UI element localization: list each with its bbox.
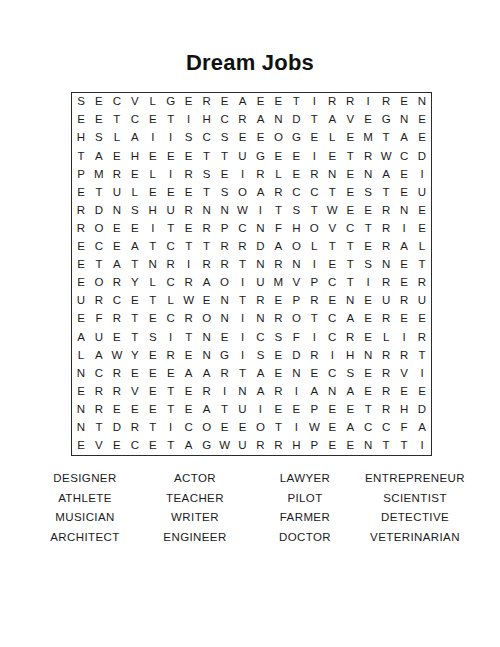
grid-cell-r10c13[interactable]: N [287,256,305,274]
grid-cell-r3c3[interactable]: L [108,129,126,147]
grid-cell-r1c2[interactable]: E [90,93,108,111]
grid-cell-r10c7[interactable]: I [180,256,198,274]
grid-cell-r18c13[interactable]: E [287,401,305,419]
grid-cell-r4c1[interactable]: T [72,147,90,165]
grid-cell-r3c16[interactable]: E [341,129,359,147]
grid-cell-r16c19[interactable]: V [395,365,413,383]
grid-cell-r5c17[interactable]: N [359,165,377,183]
grid-cell-r13c20[interactable]: E [413,310,431,328]
grid-cell-r4c12[interactable]: E [269,147,287,165]
grid-cell-r12c19[interactable]: R [395,292,413,310]
grid-cell-r6c6[interactable]: E [162,184,180,202]
grid-cell-r1c7[interactable]: E [180,93,198,111]
grid-cell-r11c14[interactable]: P [305,274,323,292]
grid-cell-r2c20[interactable]: E [413,111,431,129]
grid-cell-r7c19[interactable]: N [395,202,413,220]
grid-cell-r7c12[interactable]: T [269,202,287,220]
grid-cell-r12c6[interactable]: L [162,292,180,310]
grid-cell-r2c7[interactable]: I [180,111,198,129]
grid-cell-r19c16[interactable]: A [341,419,359,437]
grid-cell-r5c3[interactable]: R [108,165,126,183]
grid-cell-r7c6[interactable]: U [162,202,180,220]
grid-cell-r12c14[interactable]: R [305,292,323,310]
grid-cell-r13c19[interactable]: E [395,310,413,328]
grid-cell-r14c3[interactable]: E [108,328,126,346]
grid-cell-r8c20[interactable]: E [413,220,431,238]
grid-cell-r8c1[interactable]: R [72,220,90,238]
grid-cell-r16c17[interactable]: E [359,365,377,383]
grid-cell-r12c3[interactable]: C [108,292,126,310]
grid-cell-r17c5[interactable]: E [144,383,162,401]
grid-cell-r16c6[interactable]: E [162,365,180,383]
grid-cell-r8c14[interactable]: O [305,220,323,238]
grid-cell-r6c5[interactable]: E [144,184,162,202]
grid-cell-r15c8[interactable]: N [198,346,216,364]
grid-cell-r2c10[interactable]: R [234,111,252,129]
grid-cell-r2c12[interactable]: N [269,111,287,129]
grid-cell-r5c9[interactable]: E [216,165,234,183]
grid-cell-r13c8[interactable]: O [198,310,216,328]
grid-cell-r19c15[interactable]: E [323,419,341,437]
grid-cell-r10c9[interactable]: R [216,256,234,274]
grid-cell-r11c6[interactable]: C [162,274,180,292]
grid-cell-r16c12[interactable]: E [269,365,287,383]
grid-cell-r15c11[interactable]: S [252,346,270,364]
grid-cell-r20c2[interactable]: V [90,437,108,455]
grid-cell-r19c17[interactable]: C [359,419,377,437]
grid-cell-r10c20[interactable]: T [413,256,431,274]
grid-cell-r18c16[interactable]: E [341,401,359,419]
grid-cell-r19c19[interactable]: F [395,419,413,437]
grid-cell-r18c14[interactable]: P [305,401,323,419]
grid-cell-r15c19[interactable]: R [395,346,413,364]
grid-cell-r12c20[interactable]: U [413,292,431,310]
grid-cell-r8c7[interactable]: E [180,220,198,238]
grid-cell-r14c13[interactable]: F [287,328,305,346]
grid-cell-r16c1[interactable]: N [72,365,90,383]
grid-cell-r17c12[interactable]: R [269,383,287,401]
grid-cell-r4c15[interactable]: E [323,147,341,165]
grid-cell-r11c1[interactable]: E [72,274,90,292]
grid-cell-r2c18[interactable]: G [377,111,395,129]
grid-cell-r15c5[interactable]: E [144,346,162,364]
grid-cell-r4c8[interactable]: T [198,147,216,165]
grid-cell-r1c13[interactable]: T [287,93,305,111]
grid-cell-r19c2[interactable]: T [90,419,108,437]
grid-cell-r18c17[interactable]: T [359,401,377,419]
grid-cell-r19c13[interactable]: I [287,419,305,437]
grid-cell-r18c11[interactable]: I [252,401,270,419]
grid-cell-r8c12[interactable]: F [269,220,287,238]
grid-cell-r19c9[interactable]: E [216,419,234,437]
grid-cell-r18c18[interactable]: R [377,401,395,419]
grid-cell-r6c18[interactable]: T [377,184,395,202]
grid-cell-r15c10[interactable]: I [234,346,252,364]
grid-cell-r20c8[interactable]: G [198,437,216,455]
grid-cell-r2c14[interactable]: T [305,111,323,129]
grid-cell-r3c2[interactable]: S [90,129,108,147]
grid-cell-r16c7[interactable]: A [180,365,198,383]
grid-cell-r12c16[interactable]: N [341,292,359,310]
grid-cell-r13c11[interactable]: N [252,310,270,328]
grid-cell-r10c5[interactable]: N [144,256,162,274]
grid-cell-r9c9[interactable]: R [216,238,234,256]
grid-cell-r8c9[interactable]: P [216,220,234,238]
grid-cell-r12c12[interactable]: E [269,292,287,310]
grid-cell-r14c2[interactable]: U [90,328,108,346]
grid-cell-r4c13[interactable]: E [287,147,305,165]
grid-cell-r15c6[interactable]: R [162,346,180,364]
grid-cell-r16c15[interactable]: C [323,365,341,383]
grid-cell-r14c14[interactable]: I [305,328,323,346]
grid-cell-r17c14[interactable]: A [305,383,323,401]
grid-cell-r13c16[interactable]: A [341,310,359,328]
grid-cell-r3c19[interactable]: A [395,129,413,147]
grid-cell-r19c1[interactable]: N [72,419,90,437]
grid-cell-r10c11[interactable]: N [252,256,270,274]
grid-cell-r18c2[interactable]: R [90,401,108,419]
grid-cell-r8c8[interactable]: R [198,220,216,238]
grid-cell-r20c10[interactable]: U [234,437,252,455]
grid-cell-r4c18[interactable]: W [377,147,395,165]
grid-cell-r5c13[interactable]: E [287,165,305,183]
grid-cell-r15c20[interactable]: T [413,346,431,364]
grid-cell-r12c5[interactable]: T [144,292,162,310]
grid-cell-r6c17[interactable]: S [359,184,377,202]
grid-cell-r13c6[interactable]: C [162,310,180,328]
grid-cell-r3c15[interactable]: L [323,129,341,147]
grid-cell-r14c11[interactable]: C [252,328,270,346]
grid-cell-r11c12[interactable]: M [269,274,287,292]
grid-cell-r9c3[interactable]: E [108,238,126,256]
grid-cell-r19c10[interactable]: E [234,419,252,437]
grid-cell-r20c11[interactable]: R [252,437,270,455]
grid-cell-r2c3[interactable]: T [108,111,126,129]
grid-cell-r18c15[interactable]: E [323,401,341,419]
grid-cell-r10c2[interactable]: T [90,256,108,274]
grid-cell-r3c4[interactable]: A [126,129,144,147]
grid-cell-r3c5[interactable]: I [144,129,162,147]
grid-cell-r14c8[interactable]: N [198,328,216,346]
grid-cell-r13c2[interactable]: F [90,310,108,328]
grid-cell-r16c18[interactable]: R [377,365,395,383]
grid-cell-r15c14[interactable]: R [305,346,323,364]
grid-cell-r3c10[interactable]: E [234,129,252,147]
grid-cell-r19c6[interactable]: I [162,419,180,437]
grid-cell-r17c7[interactable]: E [180,383,198,401]
grid-cell-r8c4[interactable]: E [126,220,144,238]
grid-cell-r10c1[interactable]: E [72,256,90,274]
grid-cell-r2c2[interactable]: E [90,111,108,129]
grid-cell-r16c10[interactable]: T [234,365,252,383]
grid-cell-r9c19[interactable]: A [395,238,413,256]
grid-cell-r5c7[interactable]: R [180,165,198,183]
grid-cell-r5c10[interactable]: I [234,165,252,183]
grid-cell-r13c4[interactable]: T [126,310,144,328]
grid-cell-r15c13[interactable]: D [287,346,305,364]
grid-cell-r18c3[interactable]: E [108,401,126,419]
grid-cell-r16c5[interactable]: E [144,365,162,383]
grid-cell-r17c9[interactable]: I [216,383,234,401]
grid-cell-r9c4[interactable]: A [126,238,144,256]
grid-cell-r13c17[interactable]: E [359,310,377,328]
grid-cell-r10c12[interactable]: R [269,256,287,274]
grid-cell-r13c10[interactable]: I [234,310,252,328]
grid-cell-r6c10[interactable]: O [234,184,252,202]
grid-cell-r15c15[interactable]: I [323,346,341,364]
grid-cell-r12c1[interactable]: U [72,292,90,310]
grid-cell-r19c5[interactable]: T [144,419,162,437]
grid-cell-r14c5[interactable]: S [144,328,162,346]
grid-cell-r6c4[interactable]: L [126,184,144,202]
grid-cell-r12c7[interactable]: W [180,292,198,310]
grid-cell-r5c12[interactable]: L [269,165,287,183]
grid-cell-r8c11[interactable]: N [252,220,270,238]
grid-cell-r4c6[interactable]: E [162,147,180,165]
grid-cell-r18c5[interactable]: E [144,401,162,419]
grid-cell-r14c7[interactable]: T [180,328,198,346]
grid-cell-r6c11[interactable]: A [252,184,270,202]
grid-cell-r11c2[interactable]: O [90,274,108,292]
grid-cell-r11c3[interactable]: R [108,274,126,292]
grid-cell-r6c8[interactable]: T [198,184,216,202]
grid-cell-r15c12[interactable]: E [269,346,287,364]
grid-cell-r15c7[interactable]: E [180,346,198,364]
grid-cell-r9c2[interactable]: C [90,238,108,256]
grid-cell-r20c20[interactable]: I [413,437,431,455]
grid-cell-r9c1[interactable]: E [72,238,90,256]
grid-cell-r19c20[interactable]: A [413,419,431,437]
grid-cell-r6c7[interactable]: E [180,184,198,202]
grid-cell-r4c2[interactable]: A [90,147,108,165]
grid-cell-r14c19[interactable]: I [395,328,413,346]
grid-cell-r6c19[interactable]: E [395,184,413,202]
grid-cell-r5c6[interactable]: I [162,165,180,183]
grid-cell-r14c12[interactable]: S [269,328,287,346]
grid-cell-r20c6[interactable]: T [162,437,180,455]
grid-cell-r2c11[interactable]: A [252,111,270,129]
grid-cell-r19c4[interactable]: R [126,419,144,437]
grid-cell-r11c16[interactable]: T [341,274,359,292]
grid-cell-r10c3[interactable]: A [108,256,126,274]
grid-cell-r8c3[interactable]: E [108,220,126,238]
grid-cell-r14c1[interactable]: A [72,328,90,346]
grid-cell-r12c13[interactable]: P [287,292,305,310]
grid-cell-r1c18[interactable]: R [377,93,395,111]
grid-cell-r7c15[interactable]: W [323,202,341,220]
grid-cell-r7c18[interactable]: R [377,202,395,220]
grid-cell-r13c13[interactable]: O [287,310,305,328]
grid-cell-r5c15[interactable]: N [323,165,341,183]
grid-cell-r17c3[interactable]: R [108,383,126,401]
grid-cell-r11c15[interactable]: C [323,274,341,292]
grid-cell-r13c12[interactable]: R [269,310,287,328]
grid-cell-r20c17[interactable]: N [359,437,377,455]
grid-cell-r9c15[interactable]: T [323,238,341,256]
grid-cell-r5c1[interactable]: P [72,165,90,183]
grid-cell-r1c15[interactable]: R [323,93,341,111]
grid-cell-r11c4[interactable]: Y [126,274,144,292]
grid-cell-r20c16[interactable]: E [341,437,359,455]
grid-cell-r4c19[interactable]: C [395,147,413,165]
grid-cell-r7c14[interactable]: T [305,202,323,220]
grid-cell-r5c5[interactable]: L [144,165,162,183]
grid-cell-r12c18[interactable]: U [377,292,395,310]
grid-cell-r15c18[interactable]: R [377,346,395,364]
grid-cell-r10c15[interactable]: E [323,256,341,274]
grid-cell-r16c20[interactable]: I [413,365,431,383]
grid-cell-r3c1[interactable]: H [72,129,90,147]
grid-cell-r13c3[interactable]: R [108,310,126,328]
grid-cell-r6c9[interactable]: S [216,184,234,202]
grid-cell-r1c11[interactable]: E [252,93,270,111]
grid-cell-r12c8[interactable]: E [198,292,216,310]
grid-cell-r8c17[interactable]: T [359,220,377,238]
grid-cell-r18c12[interactable]: E [269,401,287,419]
grid-cell-r1c3[interactable]: C [108,93,126,111]
grid-cell-r10c16[interactable]: T [341,256,359,274]
grid-cell-r11c20[interactable]: R [413,274,431,292]
grid-cell-r9c10[interactable]: R [234,238,252,256]
grid-cell-r4c5[interactable]: E [144,147,162,165]
grid-cell-r3c9[interactable]: S [216,129,234,147]
grid-cell-r16c4[interactable]: E [126,365,144,383]
grid-cell-r19c8[interactable]: O [198,419,216,437]
grid-cell-r13c9[interactable]: N [216,310,234,328]
grid-cell-r19c11[interactable]: O [252,419,270,437]
grid-cell-r20c5[interactable]: E [144,437,162,455]
grid-cell-r10c18[interactable]: N [377,256,395,274]
grid-cell-r20c13[interactable]: H [287,437,305,455]
grid-cell-r6c14[interactable]: C [305,184,323,202]
grid-cell-r12c9[interactable]: N [216,292,234,310]
grid-cell-r2c13[interactable]: D [287,111,305,129]
grid-cell-r17c19[interactable]: E [395,383,413,401]
grid-cell-r8c5[interactable]: I [144,220,162,238]
grid-cell-r8c10[interactable]: C [234,220,252,238]
grid-cell-r2c5[interactable]: E [144,111,162,129]
grid-cell-r4c4[interactable]: H [126,147,144,165]
grid-cell-r4c10[interactable]: U [234,147,252,165]
grid-cell-r8c2[interactable]: O [90,220,108,238]
grid-cell-r2c4[interactable]: C [126,111,144,129]
grid-cell-r1c8[interactable]: R [198,93,216,111]
grid-cell-r19c14[interactable]: W [305,419,323,437]
grid-cell-r2c8[interactable]: H [198,111,216,129]
grid-cell-r9c18[interactable]: R [377,238,395,256]
grid-cell-r17c17[interactable]: E [359,383,377,401]
grid-cell-r10c10[interactable]: T [234,256,252,274]
grid-cell-r1c9[interactable]: E [216,93,234,111]
grid-cell-r13c14[interactable]: T [305,310,323,328]
grid-cell-r14c18[interactable]: L [377,328,395,346]
grid-cell-r17c10[interactable]: N [234,383,252,401]
grid-cell-r5c2[interactable]: M [90,165,108,183]
grid-cell-r16c16[interactable]: S [341,365,359,383]
grid-cell-r13c18[interactable]: R [377,310,395,328]
grid-cell-r4c11[interactable]: G [252,147,270,165]
grid-cell-r1c20[interactable]: N [413,93,431,111]
grid-cell-r6c3[interactable]: U [108,184,126,202]
grid-cell-r10c14[interactable]: I [305,256,323,274]
grid-cell-r7c1[interactable]: R [72,202,90,220]
grid-cell-r4c16[interactable]: T [341,147,359,165]
grid-cell-r1c17[interactable]: I [359,93,377,111]
grid-cell-r17c13[interactable]: I [287,383,305,401]
grid-cell-r15c4[interactable]: Y [126,346,144,364]
grid-cell-r8c6[interactable]: T [162,220,180,238]
grid-cell-r12c2[interactable]: R [90,292,108,310]
grid-cell-r18c8[interactable]: A [198,401,216,419]
grid-cell-r7c17[interactable]: E [359,202,377,220]
grid-cell-r7c10[interactable]: W [234,202,252,220]
grid-cell-r18c1[interactable]: N [72,401,90,419]
grid-cell-r6c1[interactable]: E [72,184,90,202]
grid-cell-r2c1[interactable]: E [72,111,90,129]
grid-cell-r3c8[interactable]: C [198,129,216,147]
grid-cell-r13c5[interactable]: E [144,310,162,328]
grid-cell-r5c18[interactable]: A [377,165,395,183]
grid-cell-r5c19[interactable]: E [395,165,413,183]
grid-cell-r2c9[interactable]: C [216,111,234,129]
grid-cell-r9c6[interactable]: C [162,238,180,256]
grid-cell-r12c10[interactable]: T [234,292,252,310]
grid-cell-r18c10[interactable]: U [234,401,252,419]
grid-cell-r5c8[interactable]: S [198,165,216,183]
grid-cell-r11c19[interactable]: E [395,274,413,292]
grid-cell-r8c13[interactable]: H [287,220,305,238]
grid-cell-r20c14[interactable]: P [305,437,323,455]
grid-cell-r9c20[interactable]: L [413,238,431,256]
grid-cell-r15c3[interactable]: W [108,346,126,364]
grid-cell-r7c11[interactable]: I [252,202,270,220]
grid-cell-r8c15[interactable]: V [323,220,341,238]
grid-cell-r20c3[interactable]: E [108,437,126,455]
grid-cell-r16c3[interactable]: R [108,365,126,383]
grid-cell-r9c5[interactable]: T [144,238,162,256]
grid-cell-r16c13[interactable]: N [287,365,305,383]
grid-cell-r7c7[interactable]: R [180,202,198,220]
grid-cell-r1c19[interactable]: E [395,93,413,111]
grid-cell-r1c1[interactable]: S [72,93,90,111]
grid-cell-r17c16[interactable]: A [341,383,359,401]
grid-cell-r8c18[interactable]: R [377,220,395,238]
grid-cell-r4c17[interactable]: R [359,147,377,165]
grid-cell-r11c8[interactable]: A [198,274,216,292]
grid-cell-r19c12[interactable]: T [269,419,287,437]
grid-cell-r11c10[interactable]: I [234,274,252,292]
grid-cell-r5c11[interactable]: R [252,165,270,183]
grid-cell-r4c9[interactable]: T [216,147,234,165]
grid-cell-r18c20[interactable]: D [413,401,431,419]
grid-cell-r9c7[interactable]: T [180,238,198,256]
grid-cell-r2c6[interactable]: T [162,111,180,129]
grid-cell-r17c20[interactable]: E [413,383,431,401]
grid-cell-r1c14[interactable]: I [305,93,323,111]
grid-cell-r3c6[interactable]: I [162,129,180,147]
grid-cell-r16c11[interactable]: A [252,365,270,383]
grid-cell-r4c7[interactable]: E [180,147,198,165]
grid-cell-r14c4[interactable]: T [126,328,144,346]
grid-cell-r12c11[interactable]: R [252,292,270,310]
grid-cell-r7c16[interactable]: E [341,202,359,220]
grid-cell-r1c10[interactable]: A [234,93,252,111]
grid-cell-r6c12[interactable]: R [269,184,287,202]
grid-cell-r16c14[interactable]: E [305,365,323,383]
grid-cell-r7c8[interactable]: N [198,202,216,220]
grid-cell-r3c7[interactable]: S [180,129,198,147]
grid-cell-r7c13[interactable]: S [287,202,305,220]
